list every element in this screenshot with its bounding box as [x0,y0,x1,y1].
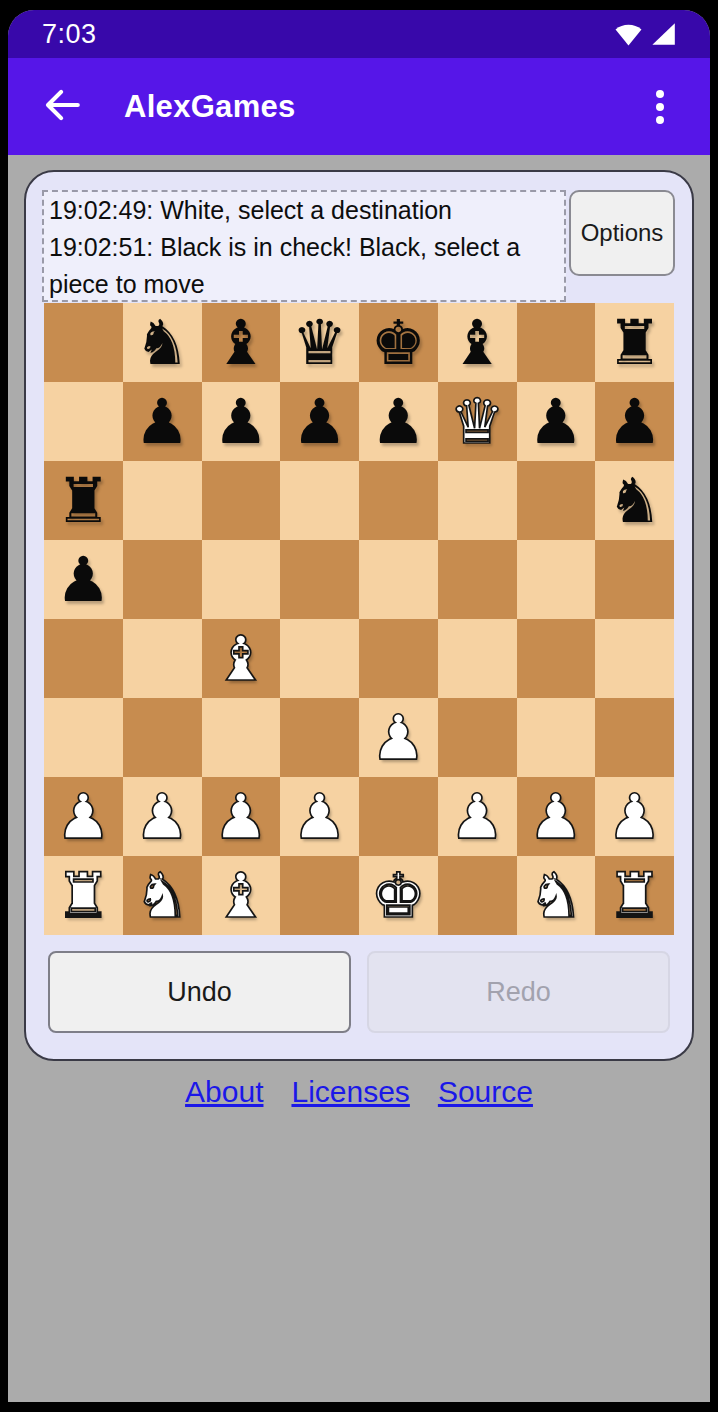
white-rook-piece: ♜ [607,865,663,927]
square-h7[interactable]: ♟ [595,382,674,461]
square-c3[interactable] [202,698,281,777]
black-bishop-piece: ♝ [449,312,505,374]
square-b3[interactable] [123,698,202,777]
app-bar: AlexGames [8,58,710,155]
square-e8[interactable]: ♚ [359,303,438,382]
licenses-link[interactable]: Licenses [291,1075,409,1109]
black-rook-piece: ♜ [56,470,112,532]
source-link[interactable]: Source [438,1075,533,1109]
phone-screen: 7:03 AlexGames 19:02:49: White, select a… [8,10,710,1402]
black-knight-piece: ♞ [134,312,190,374]
black-bishop-piece: ♝ [213,312,269,374]
square-f7[interactable]: ♛ [438,382,517,461]
cellular-signal-icon [650,22,676,46]
square-a1[interactable]: ♜ [44,856,123,935]
square-e6[interactable] [359,461,438,540]
white-pawn-piece: ♟ [371,707,427,769]
footer-links: About Licenses Source [185,1075,533,1109]
square-d5[interactable] [280,540,359,619]
square-a8[interactable] [44,303,123,382]
wifi-icon [614,22,643,46]
square-g1[interactable]: ♞ [517,856,596,935]
square-f5[interactable] [438,540,517,619]
square-c8[interactable]: ♝ [202,303,281,382]
redo-button[interactable]: Redo [367,951,670,1033]
white-pawn-piece: ♟ [56,786,112,848]
square-f1[interactable] [438,856,517,935]
square-c6[interactable] [202,461,281,540]
status-log-line: 19:02:51: Black is in check! Black, sele… [49,229,559,302]
square-d4[interactable] [280,619,359,698]
black-pawn-piece: ♟ [528,391,584,453]
white-pawn-piece: ♟ [134,786,190,848]
square-d3[interactable] [280,698,359,777]
black-pawn-piece: ♟ [292,391,348,453]
chess-board: ♞♝♛♚♝♜♟♟♟♟♛♟♟♜♞♟♝♟♟♟♟♟♟♟♟♜♞♝♚♞♜ [44,303,674,935]
square-c4[interactable]: ♝ [202,619,281,698]
square-f8[interactable]: ♝ [438,303,517,382]
status-log: 19:02:49: White, select a destination 19… [42,190,566,302]
status-bar: 7:03 [8,10,710,58]
square-e2[interactable] [359,777,438,856]
black-pawn-piece: ♟ [56,549,112,611]
square-h3[interactable] [595,698,674,777]
status-time: 7:03 [42,19,97,50]
square-e1[interactable]: ♚ [359,856,438,935]
square-c7[interactable]: ♟ [202,382,281,461]
top-row: 19:02:49: White, select a destination 19… [42,190,676,302]
square-h2[interactable]: ♟ [595,777,674,856]
about-link[interactable]: About [185,1075,263,1109]
overflow-menu-icon [656,90,664,98]
black-queen-piece: ♛ [292,312,348,374]
white-pawn-piece: ♟ [607,786,663,848]
square-h6[interactable]: ♞ [595,461,674,540]
square-b1[interactable]: ♞ [123,856,202,935]
white-pawn-piece: ♟ [449,786,505,848]
square-g4[interactable] [517,619,596,698]
square-e3[interactable]: ♟ [359,698,438,777]
square-g2[interactable]: ♟ [517,777,596,856]
square-e4[interactable] [359,619,438,698]
white-pawn-piece: ♟ [213,786,269,848]
white-bishop-piece: ♝ [213,865,269,927]
controls-row: Undo Redo [48,951,670,1033]
main-content: 19:02:49: White, select a destination 19… [8,155,710,1402]
square-d1[interactable] [280,856,359,935]
white-knight-piece: ♞ [528,865,584,927]
square-e7[interactable]: ♟ [359,382,438,461]
square-a4[interactable] [44,619,123,698]
status-log-line: 19:02:49: White, select a destination [49,192,559,229]
square-a6[interactable]: ♜ [44,461,123,540]
black-pawn-piece: ♟ [134,391,190,453]
black-pawn-piece: ♟ [213,391,269,453]
black-knight-piece: ♞ [607,470,663,532]
square-d2[interactable]: ♟ [280,777,359,856]
square-h5[interactable] [595,540,674,619]
square-h1[interactable]: ♜ [595,856,674,935]
square-f6[interactable] [438,461,517,540]
white-knight-piece: ♞ [134,865,190,927]
square-a2[interactable]: ♟ [44,777,123,856]
square-g5[interactable] [517,540,596,619]
square-a7[interactable] [44,382,123,461]
white-rook-piece: ♜ [56,865,112,927]
page-title: AlexGames [124,89,296,125]
square-h8[interactable]: ♜ [595,303,674,382]
square-f4[interactable] [438,619,517,698]
square-a3[interactable] [44,698,123,777]
square-b5[interactable] [123,540,202,619]
black-pawn-piece: ♟ [371,391,427,453]
back-button[interactable] [38,83,86,131]
square-b7[interactable]: ♟ [123,382,202,461]
black-pawn-piece: ♟ [607,391,663,453]
square-b2[interactable]: ♟ [123,777,202,856]
square-d6[interactable] [280,461,359,540]
undo-button[interactable]: Undo [48,951,351,1033]
square-g8[interactable] [517,303,596,382]
white-king-piece: ♚ [371,865,427,927]
square-g6[interactable] [517,461,596,540]
square-a5[interactable]: ♟ [44,540,123,619]
square-b4[interactable] [123,619,202,698]
game-card: 19:02:49: White, select a destination 19… [24,170,694,1061]
white-pawn-piece: ♟ [528,786,584,848]
black-king-piece: ♚ [371,312,427,374]
status-icons [614,22,676,46]
back-arrow-icon [41,84,83,129]
white-queen-piece: ♛ [449,391,505,453]
square-g3[interactable] [517,698,596,777]
black-rook-piece: ♜ [607,312,663,374]
square-e5[interactable] [359,540,438,619]
square-c1[interactable]: ♝ [202,856,281,935]
square-h4[interactable] [595,619,674,698]
square-c2[interactable]: ♟ [202,777,281,856]
options-button[interactable]: Options [569,190,675,276]
square-b8[interactable]: ♞ [123,303,202,382]
overflow-menu-button[interactable] [638,81,682,133]
square-d7[interactable]: ♟ [280,382,359,461]
white-bishop-piece: ♝ [213,628,269,690]
square-d8[interactable]: ♛ [280,303,359,382]
square-g7[interactable]: ♟ [517,382,596,461]
white-pawn-piece: ♟ [292,786,348,848]
square-f2[interactable]: ♟ [438,777,517,856]
square-f3[interactable] [438,698,517,777]
square-c5[interactable] [202,540,281,619]
square-b6[interactable] [123,461,202,540]
